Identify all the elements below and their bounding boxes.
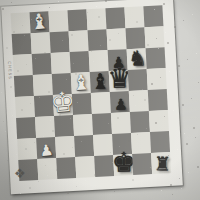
square-b2[interactable]: ♟: [36, 137, 56, 159]
square-a8[interactable]: [11, 12, 31, 34]
square-g3[interactable]: [130, 111, 150, 133]
white-bishop-b8[interactable]: ♝: [28, 11, 49, 34]
square-h1[interactable]: ♜: [151, 152, 171, 174]
square-f3[interactable]: [111, 112, 131, 134]
square-d2[interactable]: [74, 135, 94, 157]
square-c6[interactable]: [51, 52, 71, 74]
square-h7[interactable]: [144, 26, 164, 48]
square-b6[interactable]: [32, 53, 52, 75]
square-d8[interactable]: [67, 9, 87, 31]
square-a4[interactable]: [15, 96, 35, 118]
square-h8[interactable]: [143, 5, 163, 27]
square-h4[interactable]: [148, 89, 168, 111]
square-d7[interactable]: [69, 30, 89, 52]
square-f4[interactable]: ♟: [110, 91, 130, 113]
square-b3[interactable]: [35, 116, 55, 138]
square-g1[interactable]: [132, 153, 152, 175]
chessboard-photo: ♝♟♞♝♝♛♚♟♟♚♜ ❖ CHESS: [0, 0, 200, 200]
square-e3[interactable]: [92, 113, 112, 135]
square-c1[interactable]: [56, 157, 76, 179]
square-g4[interactable]: [129, 90, 149, 112]
chess-board: ♝♟♞♝♝♛♚♟♟♚♜: [11, 5, 172, 181]
black-pawn-f4[interactable]: ♟: [113, 97, 127, 112]
square-f1[interactable]: ♚: [113, 154, 133, 176]
square-f8[interactable]: [105, 7, 125, 29]
square-h3[interactable]: [149, 110, 169, 132]
square-a7[interactable]: [12, 33, 32, 55]
white-pawn-b2[interactable]: ♟: [38, 143, 53, 159]
square-g8[interactable]: [124, 6, 144, 28]
square-d3[interactable]: [73, 114, 93, 136]
square-f5[interactable]: ♛: [109, 70, 129, 92]
square-c3[interactable]: [54, 115, 74, 137]
square-c2[interactable]: [55, 136, 75, 158]
black-rook-h1[interactable]: ♜: [153, 154, 171, 173]
square-a5[interactable]: [14, 75, 34, 97]
square-c4[interactable]: ♚: [53, 94, 73, 116]
square-b8[interactable]: ♝: [30, 11, 50, 33]
square-e4[interactable]: [91, 92, 111, 114]
square-c8[interactable]: [49, 10, 69, 32]
square-d1[interactable]: [75, 156, 95, 178]
square-a3[interactable]: [16, 117, 36, 139]
square-f7[interactable]: [107, 28, 127, 50]
square-h5[interactable]: [147, 68, 167, 90]
square-b7[interactable]: [31, 32, 51, 54]
square-c7[interactable]: [50, 31, 70, 53]
square-a2[interactable]: [17, 138, 37, 160]
square-e2[interactable]: [93, 134, 113, 156]
square-h6[interactable]: [146, 47, 166, 69]
square-h2[interactable]: [150, 131, 170, 153]
square-g5[interactable]: [128, 69, 148, 91]
board-sheet: ♝♟♞♝♝♛♚♟♟♚♜ ❖ CHESS: [1, 0, 183, 194]
square-b1[interactable]: [37, 158, 57, 180]
corner-ornament-icon: ❖: [10, 161, 29, 186]
square-d4[interactable]: [72, 93, 92, 115]
square-a6[interactable]: [13, 54, 33, 76]
square-e7[interactable]: [88, 29, 108, 51]
square-e8[interactable]: [86, 8, 106, 30]
